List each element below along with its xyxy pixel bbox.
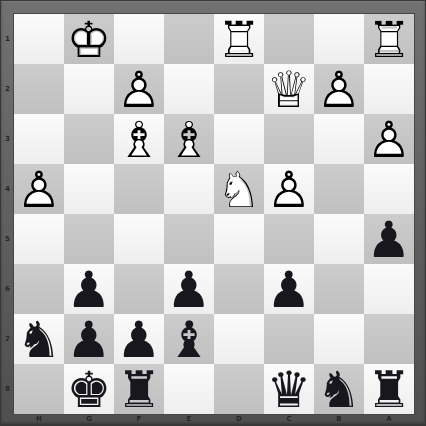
square-d8[interactable]	[214, 364, 264, 414]
piece-black-pawn[interactable]: ♟	[114, 315, 164, 365]
square-f4[interactable]	[114, 164, 164, 214]
square-c2[interactable]: ♛♕	[264, 64, 314, 114]
piece-black-knight[interactable]: ♞	[14, 315, 64, 365]
black-rook-glyph: ♜	[114, 365, 164, 415]
square-b4[interactable]	[314, 164, 364, 214]
black-pawn-glyph: ♟	[64, 265, 114, 315]
piece-white-knight[interactable]: ♞♘	[214, 165, 264, 215]
square-c4[interactable]: ♟♙	[264, 164, 314, 214]
square-f2[interactable]: ♟♙	[114, 64, 164, 114]
square-g7[interactable]: ♟	[64, 314, 114, 364]
square-a2[interactable]	[364, 64, 414, 114]
square-g5[interactable]	[64, 214, 114, 264]
square-b2[interactable]: ♟♙	[314, 64, 364, 114]
square-g1[interactable]: ♚♔	[64, 14, 114, 64]
square-d5[interactable]	[214, 214, 264, 264]
square-b3[interactable]	[314, 114, 364, 164]
black-pawn-glyph: ♟	[64, 315, 114, 365]
square-d2[interactable]	[214, 64, 264, 114]
square-g8[interactable]: ♚	[64, 364, 114, 414]
square-b7[interactable]	[314, 314, 364, 364]
white-queen-outline-glyph: ♕	[264, 65, 314, 115]
square-d4[interactable]: ♞♘	[214, 164, 264, 214]
piece-black-rook[interactable]: ♜	[364, 365, 414, 415]
square-a6[interactable]	[364, 264, 414, 314]
square-e6[interactable]: ♟	[164, 264, 214, 314]
square-c5[interactable]	[264, 214, 314, 264]
white-rook-outline-glyph: ♖	[364, 15, 414, 65]
square-g4[interactable]	[64, 164, 114, 214]
square-h7[interactable]: ♞	[14, 314, 64, 364]
square-g6[interactable]: ♟	[64, 264, 114, 314]
piece-black-pawn[interactable]: ♟	[264, 265, 314, 315]
square-h5[interactable]	[14, 214, 64, 264]
piece-black-pawn[interactable]: ♟	[64, 315, 114, 365]
square-f1[interactable]	[114, 14, 164, 64]
square-h1[interactable]	[14, 14, 64, 64]
square-c1[interactable]	[264, 14, 314, 64]
piece-white-bishop[interactable]: ♝♗	[114, 115, 164, 165]
piece-white-pawn[interactable]: ♟♙	[314, 65, 364, 115]
piece-black-pawn[interactable]: ♟	[364, 215, 414, 265]
piece-white-queen[interactable]: ♛♕	[264, 65, 314, 115]
rank-label-5: 5	[1, 214, 14, 264]
square-d7[interactable]	[214, 314, 264, 364]
white-pawn-outline-glyph: ♙	[364, 115, 414, 165]
square-a3[interactable]: ♟♙	[364, 114, 414, 164]
piece-black-king[interactable]: ♚	[64, 365, 114, 415]
chess-board-frame: 12345678 HGFEDCBA ♚♔♜♖♜♖♟♙♛♕♟♙♝♗♝♗♟♙♟♙♞♘…	[0, 0, 426, 426]
square-e5[interactable]	[164, 214, 214, 264]
rank-label-8: 8	[1, 364, 14, 414]
square-c7[interactable]	[264, 314, 314, 364]
square-e8[interactable]	[164, 364, 214, 414]
piece-black-queen[interactable]: ♛	[264, 365, 314, 415]
piece-black-bishop[interactable]: ♝	[164, 315, 214, 365]
square-b8[interactable]: ♞	[314, 364, 364, 414]
rank-labels: 12345678	[1, 14, 14, 414]
black-queen-glyph: ♛	[264, 365, 314, 415]
black-king-glyph: ♚	[64, 365, 114, 415]
square-d6[interactable]	[214, 264, 264, 314]
square-h3[interactable]	[14, 114, 64, 164]
black-pawn-glyph: ♟	[114, 315, 164, 365]
rank-label-3: 3	[1, 114, 14, 164]
square-d3[interactable]	[214, 114, 264, 164]
square-c6[interactable]: ♟	[264, 264, 314, 314]
piece-white-pawn[interactable]: ♟♙	[364, 115, 414, 165]
white-pawn-outline-glyph: ♙	[114, 65, 164, 115]
black-rook-glyph: ♜	[364, 365, 414, 415]
square-b5[interactable]	[314, 214, 364, 264]
square-d1[interactable]: ♜♖	[214, 14, 264, 64]
black-pawn-glyph: ♟	[264, 265, 314, 315]
piece-white-pawn[interactable]: ♟♙	[14, 165, 64, 215]
square-e4[interactable]	[164, 164, 214, 214]
white-bishop-outline-glyph: ♗	[114, 115, 164, 165]
square-g2[interactable]	[64, 64, 114, 114]
square-a1[interactable]: ♜♖	[364, 14, 414, 64]
square-h8[interactable]	[14, 364, 64, 414]
black-pawn-glyph: ♟	[164, 265, 214, 315]
square-h6[interactable]	[14, 264, 64, 314]
rank-label-6: 6	[1, 264, 14, 314]
square-e2[interactable]	[164, 64, 214, 114]
white-pawn-outline-glyph: ♙	[314, 65, 364, 115]
square-f7[interactable]: ♟	[114, 314, 164, 364]
square-a8[interactable]: ♜	[364, 364, 414, 414]
piece-white-bishop[interactable]: ♝♗	[164, 115, 214, 165]
square-f6[interactable]	[114, 264, 164, 314]
piece-black-knight[interactable]: ♞	[314, 365, 364, 415]
square-c8[interactable]: ♛	[264, 364, 314, 414]
piece-white-pawn[interactable]: ♟♙	[114, 65, 164, 115]
square-a4[interactable]	[364, 164, 414, 214]
square-c3[interactable]	[264, 114, 314, 164]
white-knight-outline-glyph: ♘	[214, 165, 264, 215]
square-a7[interactable]	[364, 314, 414, 364]
piece-black-rook[interactable]: ♜	[114, 365, 164, 415]
square-b1[interactable]	[314, 14, 364, 64]
square-b6[interactable]	[314, 264, 364, 314]
chess-board: ♚♔♜♖♜♖♟♙♛♕♟♙♝♗♝♗♟♙♟♙♞♘♟♙♟♟♟♟♞♟♟♝♚♜♛♞♜	[14, 14, 414, 414]
square-e7[interactable]: ♝	[164, 314, 214, 364]
white-rook-outline-glyph: ♖	[214, 15, 264, 65]
piece-white-rook[interactable]: ♜♖	[214, 15, 264, 65]
black-pawn-glyph: ♟	[364, 215, 414, 265]
piece-white-rook[interactable]: ♜♖	[364, 15, 414, 65]
rank-label-2: 2	[1, 64, 14, 114]
white-bishop-outline-glyph: ♗	[164, 115, 214, 165]
rank-label-7: 7	[1, 314, 14, 364]
square-f3[interactable]: ♝♗	[114, 114, 164, 164]
white-pawn-outline-glyph: ♙	[14, 165, 64, 215]
square-h4[interactable]: ♟♙	[14, 164, 64, 214]
square-g3[interactable]	[64, 114, 114, 164]
piece-black-pawn[interactable]: ♟	[164, 265, 214, 315]
white-king-outline-glyph: ♔	[64, 15, 114, 65]
square-a5[interactable]: ♟	[364, 214, 414, 264]
rank-label-4: 4	[1, 164, 14, 214]
piece-white-pawn[interactable]: ♟♙	[264, 165, 314, 215]
rank-label-1: 1	[1, 14, 14, 64]
white-pawn-outline-glyph: ♙	[264, 165, 314, 215]
piece-white-king[interactable]: ♚♔	[64, 15, 114, 65]
square-e3[interactable]: ♝♗	[164, 114, 214, 164]
black-knight-glyph: ♞	[314, 365, 364, 415]
piece-black-pawn[interactable]: ♟	[64, 265, 114, 315]
square-e1[interactable]	[164, 14, 214, 64]
square-f8[interactable]: ♜	[114, 364, 164, 414]
square-h2[interactable]	[14, 64, 64, 114]
black-knight-glyph: ♞	[14, 315, 64, 365]
black-bishop-glyph: ♝	[164, 315, 214, 365]
square-f5[interactable]	[114, 214, 164, 264]
